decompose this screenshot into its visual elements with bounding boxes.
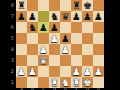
black-pawn[interactable]: ♟ bbox=[71, 11, 82, 22]
square-a6[interactable] bbox=[16, 22, 27, 33]
file-label-b: b bbox=[27, 86, 38, 90]
square-f4[interactable] bbox=[71, 44, 82, 55]
square-f5[interactable] bbox=[71, 33, 82, 44]
square-c2[interactable] bbox=[38, 66, 49, 77]
square-g8[interactable]: ♚ bbox=[82, 0, 93, 11]
black-pawn[interactable]: ♟ bbox=[16, 11, 27, 22]
square-a5[interactable] bbox=[16, 33, 27, 44]
square-c4[interactable]: ♟ bbox=[38, 44, 49, 55]
square-c8[interactable] bbox=[38, 0, 49, 11]
square-f8[interactable]: ♜ bbox=[71, 0, 82, 11]
square-b3[interactable] bbox=[27, 55, 38, 66]
white-pawn[interactable]: ♟ bbox=[16, 66, 27, 77]
square-c6[interactable]: ♟ bbox=[38, 22, 49, 33]
rank-label-5: 5 bbox=[0, 33, 14, 44]
square-g3[interactable] bbox=[82, 55, 93, 66]
rank-label-3: 3 bbox=[0, 55, 14, 66]
square-e2[interactable] bbox=[60, 66, 71, 77]
file-label-e: e bbox=[60, 86, 71, 90]
white-pawn[interactable]: ♟ bbox=[71, 66, 82, 77]
black-pawn[interactable]: ♟ bbox=[60, 33, 71, 44]
file-coordinates: abcdefgh bbox=[16, 86, 104, 90]
square-d5[interactable]: ♟ bbox=[49, 33, 60, 44]
black-pawn[interactable]: ♟ bbox=[49, 22, 60, 33]
square-e7[interactable]: ♛ bbox=[60, 11, 71, 22]
file-label-h: h bbox=[93, 86, 104, 90]
chess-board[interactable]: ♜♜♚♟♟♞♛♟♟♟♞♟♟♟♟♟♟♛♟♟♟♟♟♜♞♜♚ bbox=[16, 0, 104, 88]
black-rook[interactable]: ♜ bbox=[16, 0, 27, 11]
square-b6[interactable]: ♞ bbox=[27, 22, 38, 33]
square-a3[interactable] bbox=[16, 55, 27, 66]
square-e5[interactable]: ♟ bbox=[60, 33, 71, 44]
square-h8[interactable] bbox=[93, 0, 104, 11]
black-rook[interactable]: ♜ bbox=[71, 0, 82, 11]
file-label-g: g bbox=[82, 86, 93, 90]
file-label-f: f bbox=[71, 86, 82, 90]
square-b8[interactable] bbox=[27, 0, 38, 11]
square-d3[interactable] bbox=[49, 55, 60, 66]
square-b4[interactable] bbox=[27, 44, 38, 55]
square-c5[interactable] bbox=[38, 33, 49, 44]
black-pawn[interactable]: ♟ bbox=[93, 11, 104, 22]
rank-label-6: 6 bbox=[0, 22, 14, 33]
square-h2[interactable]: ♟ bbox=[93, 66, 104, 77]
square-e6[interactable] bbox=[60, 22, 71, 33]
square-e3[interactable] bbox=[60, 55, 71, 66]
square-f7[interactable]: ♟ bbox=[71, 11, 82, 22]
square-a4[interactable] bbox=[16, 44, 27, 55]
square-b7[interactable]: ♟ bbox=[27, 11, 38, 22]
file-label-c: c bbox=[38, 86, 49, 90]
square-f2[interactable]: ♟ bbox=[71, 66, 82, 77]
square-a2[interactable]: ♟ bbox=[16, 66, 27, 77]
square-d7[interactable]: ♞ bbox=[49, 11, 60, 22]
square-b5[interactable] bbox=[27, 33, 38, 44]
square-d8[interactable] bbox=[49, 0, 60, 11]
square-e8[interactable] bbox=[60, 0, 71, 11]
square-h7[interactable]: ♟ bbox=[93, 11, 104, 22]
square-d6[interactable]: ♟ bbox=[49, 22, 60, 33]
square-f6[interactable] bbox=[71, 22, 82, 33]
letterbox-right bbox=[104, 0, 120, 90]
black-king[interactable]: ♚ bbox=[82, 0, 93, 11]
square-b2[interactable]: ♟ bbox=[27, 66, 38, 77]
square-h3[interactable] bbox=[93, 55, 104, 66]
square-g7[interactable]: ♟ bbox=[82, 11, 93, 22]
black-knight[interactable]: ♞ bbox=[49, 11, 60, 22]
square-h4[interactable] bbox=[93, 44, 104, 55]
white-pawn[interactable]: ♟ bbox=[60, 44, 71, 55]
square-d2[interactable] bbox=[49, 66, 60, 77]
white-pawn[interactable]: ♟ bbox=[49, 33, 60, 44]
rank-coordinates: 87654321 bbox=[0, 0, 15, 88]
square-g2[interactable]: ♟ bbox=[82, 66, 93, 77]
black-queen[interactable]: ♛ bbox=[60, 11, 71, 22]
black-pawn[interactable]: ♟ bbox=[38, 22, 49, 33]
black-knight[interactable]: ♞ bbox=[27, 22, 38, 33]
square-h6[interactable] bbox=[93, 22, 104, 33]
square-f3[interactable] bbox=[71, 55, 82, 66]
chess-app: 87654321 ♜♜♚♟♟♞♛♟♟♟♞♟♟♟♟♟♟♛♟♟♟♟♟♜♞♜♚ abc… bbox=[0, 0, 120, 90]
file-label-a: a bbox=[16, 86, 27, 90]
rank-label-1: 1 bbox=[0, 77, 14, 88]
rank-label-8: 8 bbox=[0, 0, 14, 11]
square-a7[interactable]: ♟ bbox=[16, 11, 27, 22]
square-d4[interactable] bbox=[49, 44, 60, 55]
black-pawn[interactable]: ♟ bbox=[82, 11, 93, 22]
square-c3[interactable]: ♛ bbox=[38, 55, 49, 66]
square-h5[interactable] bbox=[93, 33, 104, 44]
rank-label-7: 7 bbox=[0, 11, 14, 22]
white-pawn[interactable]: ♟ bbox=[27, 66, 38, 77]
rank-label-4: 4 bbox=[0, 44, 14, 55]
rank-label-2: 2 bbox=[0, 66, 14, 77]
square-g4[interactable] bbox=[82, 44, 93, 55]
white-pawn[interactable]: ♟ bbox=[93, 66, 104, 77]
square-a8[interactable]: ♜ bbox=[16, 0, 27, 11]
square-c7[interactable] bbox=[38, 11, 49, 22]
square-g6[interactable] bbox=[82, 22, 93, 33]
file-label-d: d bbox=[49, 86, 60, 90]
black-pawn[interactable]: ♟ bbox=[27, 11, 38, 22]
white-pawn[interactable]: ♟ bbox=[38, 44, 49, 55]
square-e4[interactable]: ♟ bbox=[60, 44, 71, 55]
square-g5[interactable] bbox=[82, 33, 93, 44]
white-pawn[interactable]: ♟ bbox=[82, 66, 93, 77]
white-queen[interactable]: ♛ bbox=[38, 55, 49, 66]
